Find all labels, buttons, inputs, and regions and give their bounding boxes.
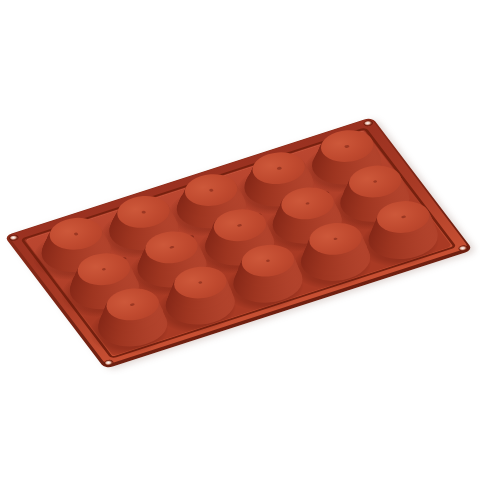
silicone-mold <box>4 117 473 369</box>
photo-canvas <box>0 0 480 480</box>
